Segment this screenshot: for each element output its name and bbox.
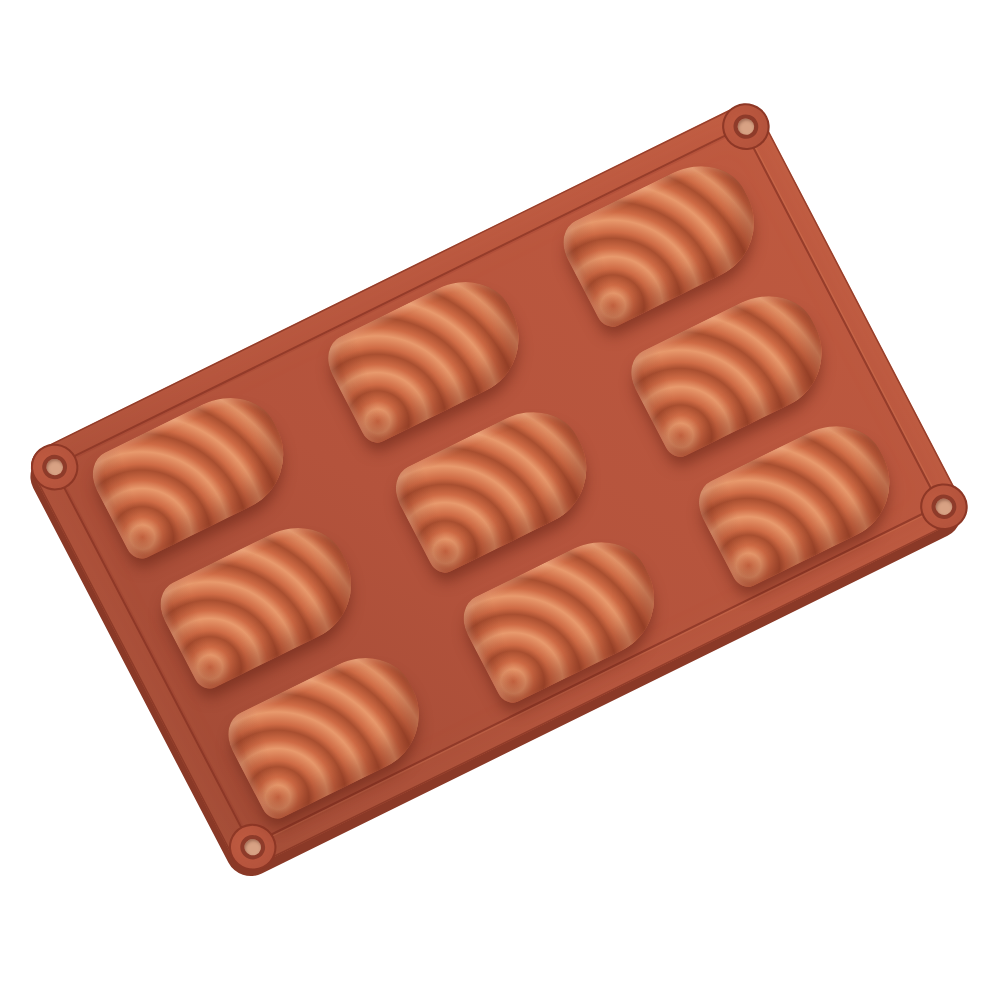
hole-opening [38, 451, 71, 484]
hole-opening [927, 490, 960, 523]
hole-opening [236, 831, 269, 864]
hole-opening [729, 110, 762, 143]
mold-tray [24, 98, 969, 873]
product-photo [0, 0, 1000, 1000]
